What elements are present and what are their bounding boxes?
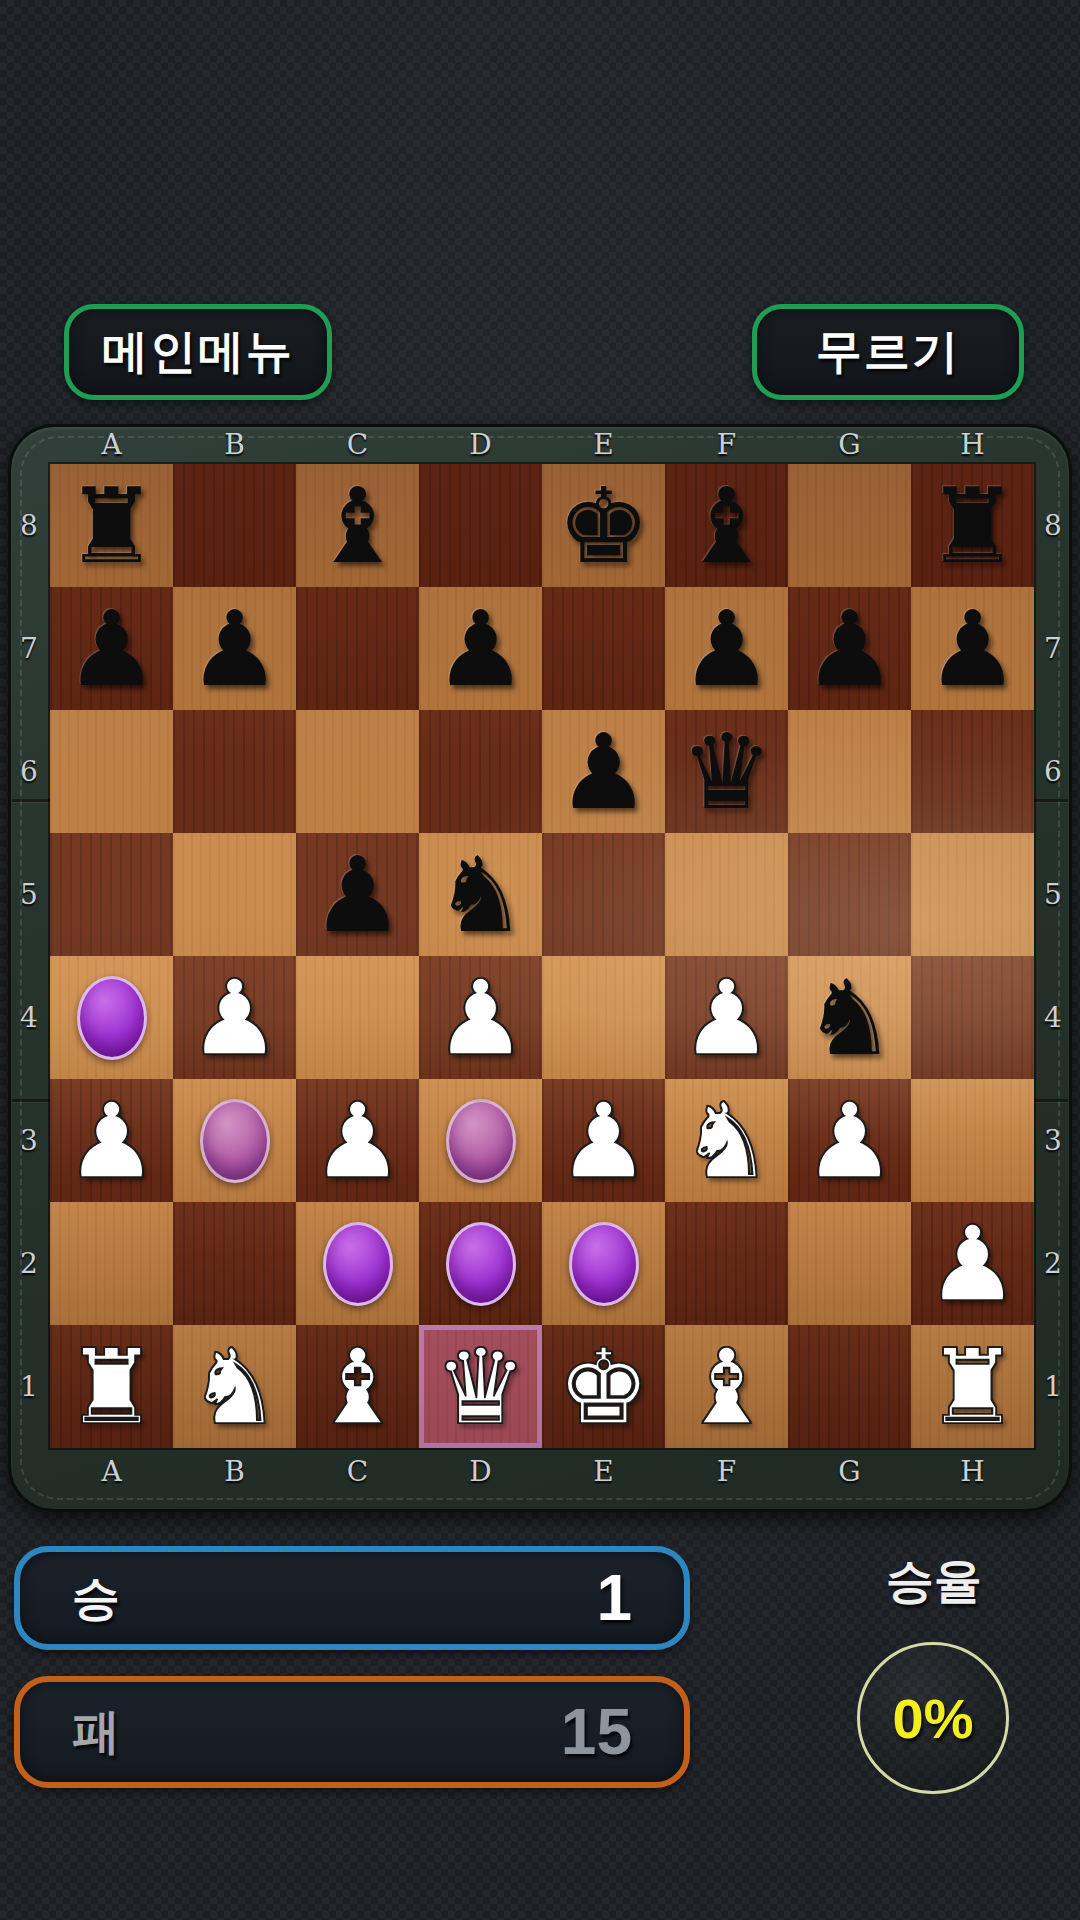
black-bishop-f8[interactable]: ♝ <box>680 474 773 578</box>
black-pawn-d7[interactable]: ♟ <box>434 597 527 701</box>
square-a5[interactable] <box>50 833 173 956</box>
square-h5[interactable] <box>911 833 1034 956</box>
wins-value: 1 <box>596 1561 632 1635</box>
square-a2[interactable] <box>50 1202 173 1325</box>
square-f8[interactable]: ♝ <box>665 464 788 587</box>
white-pawn-d4[interactable]: ♟ <box>434 966 527 1070</box>
black-pawn-h7[interactable]: ♟ <box>926 597 1019 701</box>
black-pawn-g7[interactable]: ♟ <box>803 597 896 701</box>
square-b4[interactable]: ♟ <box>173 956 296 1079</box>
square-c8[interactable]: ♝ <box>296 464 419 587</box>
square-c3[interactable]: ♟ <box>296 1079 419 1202</box>
square-e7[interactable] <box>542 587 665 710</box>
square-h6[interactable] <box>911 710 1034 833</box>
square-f6[interactable]: ♛ <box>665 710 788 833</box>
winrate-label: 승율 <box>848 1554 1020 1608</box>
wins-box: 승 1 <box>14 1546 690 1650</box>
square-h1[interactable]: ♜ <box>911 1325 1034 1448</box>
black-rook-a8[interactable]: ♜ <box>65 474 158 578</box>
square-h2[interactable]: ♟ <box>911 1202 1034 1325</box>
white-queen-d1[interactable]: ♛ <box>434 1335 527 1439</box>
square-h7[interactable]: ♟ <box>911 587 1034 710</box>
wins-label: 승 <box>72 1566 120 1630</box>
square-h8[interactable]: ♜ <box>911 464 1034 587</box>
square-g3[interactable]: ♟ <box>788 1079 911 1202</box>
square-e8[interactable]: ♚ <box>542 464 665 587</box>
square-g7[interactable]: ♟ <box>788 587 911 710</box>
move-dot-b3[interactable] <box>200 1099 270 1183</box>
square-e3[interactable]: ♟ <box>542 1079 665 1202</box>
losses-box: 패 15 <box>14 1676 690 1788</box>
winrate-circle: 0% <box>857 1642 1009 1794</box>
square-h3[interactable] <box>911 1079 1034 1202</box>
move-dot-e2[interactable] <box>569 1222 639 1306</box>
white-knight-f3[interactable]: ♞ <box>680 1089 773 1193</box>
black-pawn-a7[interactable]: ♟ <box>65 597 158 701</box>
white-pawn-c3[interactable]: ♟ <box>311 1089 404 1193</box>
square-a8[interactable]: ♜ <box>50 464 173 587</box>
white-pawn-h2[interactable]: ♟ <box>926 1212 1019 1316</box>
square-g4[interactable]: ♞ <box>788 956 911 1079</box>
square-a7[interactable]: ♟ <box>50 587 173 710</box>
square-b8[interactable] <box>173 464 296 587</box>
square-a1[interactable]: ♜ <box>50 1325 173 1448</box>
square-a6[interactable] <box>50 710 173 833</box>
white-king-e1[interactable]: ♚ <box>557 1335 650 1439</box>
square-c5[interactable]: ♟ <box>296 833 419 956</box>
square-b2[interactable] <box>173 1202 296 1325</box>
black-queen-f6[interactable]: ♛ <box>680 720 773 824</box>
square-d5[interactable]: ♞ <box>419 833 542 956</box>
square-d7[interactable]: ♟ <box>419 587 542 710</box>
black-bishop-c8[interactable]: ♝ <box>311 474 404 578</box>
white-pawn-b4[interactable]: ♟ <box>188 966 281 1070</box>
square-g6[interactable] <box>788 710 911 833</box>
square-h4[interactable] <box>911 956 1034 1079</box>
square-f7[interactable]: ♟ <box>665 587 788 710</box>
white-rook-a1[interactable]: ♜ <box>65 1335 158 1439</box>
square-d6[interactable] <box>419 710 542 833</box>
black-pawn-c5[interactable]: ♟ <box>311 843 404 947</box>
square-d1[interactable]: ♛ <box>419 1325 542 1448</box>
square-c2[interactable] <box>296 1202 419 1325</box>
square-g1[interactable] <box>788 1325 911 1448</box>
frame-seam <box>12 1099 52 1102</box>
frame-seam <box>1028 1099 1068 1102</box>
square-c7[interactable] <box>296 587 419 710</box>
square-a3[interactable]: ♟ <box>50 1079 173 1202</box>
black-pawn-b7[interactable]: ♟ <box>188 597 281 701</box>
black-knight-g4[interactable]: ♞ <box>803 966 896 1070</box>
square-f5[interactable] <box>665 833 788 956</box>
white-pawn-g3[interactable]: ♟ <box>803 1089 896 1193</box>
square-g8[interactable] <box>788 464 911 587</box>
square-c4[interactable] <box>296 956 419 1079</box>
square-c6[interactable] <box>296 710 419 833</box>
white-bishop-f1[interactable]: ♝ <box>680 1335 773 1439</box>
white-pawn-f4[interactable]: ♟ <box>680 966 773 1070</box>
square-f1[interactable]: ♝ <box>665 1325 788 1448</box>
move-dot-d2[interactable] <box>446 1222 516 1306</box>
white-bishop-c1[interactable]: ♝ <box>311 1335 404 1439</box>
losses-label: 패 <box>72 1700 120 1764</box>
frame-seam <box>12 799 52 802</box>
square-b1[interactable]: ♞ <box>173 1325 296 1448</box>
app-screen: 메인메뉴 무르기 ABCDEFGH ABCDEFGH 87654321 8765… <box>0 0 1080 1920</box>
square-f3[interactable]: ♞ <box>665 1079 788 1202</box>
square-g5[interactable] <box>788 833 911 956</box>
black-pawn-e6[interactable]: ♟ <box>557 720 650 824</box>
black-king-e8[interactable]: ♚ <box>557 474 650 578</box>
square-b6[interactable] <box>173 710 296 833</box>
square-d8[interactable] <box>419 464 542 587</box>
square-e5[interactable] <box>542 833 665 956</box>
winrate-value: 0% <box>893 1686 974 1751</box>
white-pawn-a3[interactable]: ♟ <box>65 1089 158 1193</box>
square-f2[interactable] <box>665 1202 788 1325</box>
square-d2[interactable] <box>419 1202 542 1325</box>
move-dot-c2[interactable] <box>323 1222 393 1306</box>
square-f4[interactable]: ♟ <box>665 956 788 1079</box>
black-pawn-f7[interactable]: ♟ <box>680 597 773 701</box>
square-g2[interactable] <box>788 1202 911 1325</box>
square-c1[interactable]: ♝ <box>296 1325 419 1448</box>
frame-seam <box>1028 799 1068 802</box>
white-rook-h1[interactable]: ♜ <box>926 1335 1019 1439</box>
square-e2[interactable] <box>542 1202 665 1325</box>
square-b5[interactable] <box>173 833 296 956</box>
square-a4[interactable] <box>50 956 173 1079</box>
move-dot-a4[interactable] <box>77 976 147 1060</box>
white-pawn-e3[interactable]: ♟ <box>557 1089 650 1193</box>
undo-button[interactable]: 무르기 <box>752 304 1024 400</box>
square-d3[interactable] <box>419 1079 542 1202</box>
black-knight-d5[interactable]: ♞ <box>434 843 527 947</box>
main-menu-button[interactable]: 메인메뉴 <box>64 304 332 400</box>
move-dot-d3[interactable] <box>446 1099 516 1183</box>
square-b3[interactable] <box>173 1079 296 1202</box>
black-rook-h8[interactable]: ♜ <box>926 474 1019 578</box>
losses-value: 15 <box>561 1695 632 1769</box>
square-e1[interactable]: ♚ <box>542 1325 665 1448</box>
square-d4[interactable]: ♟ <box>419 956 542 1079</box>
square-e6[interactable]: ♟ <box>542 710 665 833</box>
square-b7[interactable]: ♟ <box>173 587 296 710</box>
board-squares: ♜♝♚♝♜♟♟♟♟♟♟♟♛♟♞♟♟♟♞♟♟♟♞♟♟♜♞♝♛♚♝♜ <box>50 464 1034 1448</box>
square-e4[interactable] <box>542 956 665 1079</box>
white-knight-b1[interactable]: ♞ <box>188 1335 281 1439</box>
